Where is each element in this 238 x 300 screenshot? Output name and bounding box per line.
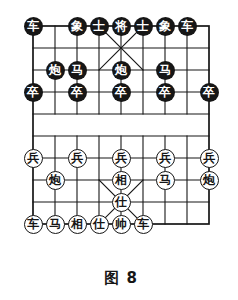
piece-black-象: 象 xyxy=(68,17,87,36)
piece-red-兵: 兵 xyxy=(156,149,175,168)
piece-red-兵: 兵 xyxy=(24,149,43,168)
piece-black-马: 马 xyxy=(156,61,175,80)
piece-black-马: 马 xyxy=(68,61,87,80)
piece-black-卒: 卒 xyxy=(200,83,219,102)
piece-black-炮: 炮 xyxy=(112,61,131,80)
piece-black-卒: 卒 xyxy=(112,83,131,102)
piece-black-卒: 卒 xyxy=(24,83,43,102)
figure-caption: 图 8 xyxy=(22,269,220,288)
piece-red-仕: 仕 xyxy=(112,193,131,212)
piece-black-将: 将 xyxy=(112,17,131,36)
piece-black-车: 车 xyxy=(24,17,43,36)
piece-red-马: 马 xyxy=(46,215,65,234)
piece-black-象: 象 xyxy=(156,17,175,36)
piece-red-相: 相 xyxy=(112,171,131,190)
piece-black-卒: 卒 xyxy=(156,83,175,102)
piece-black-士: 士 xyxy=(90,17,109,36)
piece-red-仕: 仕 xyxy=(90,215,109,234)
piece-red-马: 马 xyxy=(156,171,175,190)
piece-red-相: 相 xyxy=(68,215,87,234)
piece-black-士: 士 xyxy=(134,17,153,36)
piece-red-帅: 帅 xyxy=(112,215,131,234)
piece-red-车: 车 xyxy=(24,215,43,234)
piece-red-炮: 炮 xyxy=(46,171,65,190)
figure-page: 车象士将士象车炮马炮马卒卒卒卒卒兵兵兵兵兵炮相马炮仕车马相仕帅车 图 8 xyxy=(0,0,238,300)
piece-black-卒: 卒 xyxy=(68,83,87,102)
piece-red-兵: 兵 xyxy=(68,149,87,168)
piece-black-车: 车 xyxy=(178,17,197,36)
piece-red-兵: 兵 xyxy=(200,149,219,168)
piece-red-兵: 兵 xyxy=(112,149,131,168)
piece-red-炮: 炮 xyxy=(200,171,219,190)
piece-red-车: 车 xyxy=(134,215,153,234)
piece-black-炮: 炮 xyxy=(46,61,65,80)
xiangqi-board: 车象士将士象车炮马炮马卒卒卒卒卒兵兵兵兵兵炮相马炮仕车马相仕帅车 xyxy=(22,15,220,235)
